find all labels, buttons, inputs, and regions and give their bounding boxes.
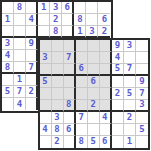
cell-b-r6c3[interactable]: 7 (76, 112, 88, 124)
cell-b-r1c8[interactable] (136, 52, 148, 64)
cell-b-r7c7[interactable] (124, 124, 136, 136)
cell-b-r6c2[interactable] (64, 112, 76, 124)
cell-b-r3c8[interactable]: 9 (136, 76, 148, 88)
given-digit: 1 (5, 15, 10, 24)
cell-b-r5c0[interactable] (40, 100, 52, 112)
cell-a-r1c8[interactable]: 6 (98, 14, 110, 26)
cell-b-r2c0[interactable] (40, 64, 52, 76)
cell-b-r0c1[interactable] (52, 40, 64, 52)
cell-a-r7c1[interactable]: 7 (14, 86, 26, 98)
given-digit: 9 (115, 41, 120, 50)
cell-b-r1c5[interactable] (100, 52, 112, 64)
given-digit: 3 (53, 3, 58, 12)
given-digit: 4 (17, 100, 22, 109)
cell-a-r1c5[interactable] (62, 14, 74, 26)
cell-b-r3c0[interactable]: 5 (40, 76, 52, 88)
cell-b-r0c6[interactable]: 9 (112, 40, 124, 52)
given-digit: 7 (17, 87, 22, 96)
cell-a-r1c0[interactable]: 1 (2, 14, 14, 26)
cell-a-r7c2[interactable]: 2 (26, 86, 38, 98)
cell-a-r6c1[interactable]: 1 (14, 74, 26, 86)
given-digit: 2 (54, 137, 59, 146)
given-digit: 6 (91, 77, 96, 86)
cell-a-r1c4[interactable]: 2 (50, 14, 62, 26)
cell-a-r2c3[interactable] (38, 26, 50, 38)
given-digit: 8 (17, 3, 22, 12)
cell-b-r1c4[interactable] (88, 52, 100, 64)
given-digit: 1 (17, 75, 22, 84)
cell-a-r0c6[interactable] (74, 2, 86, 14)
given-digit: 3 (5, 39, 10, 48)
cell-a-r4c2[interactable] (26, 50, 38, 62)
cell-b-r8c5[interactable]: 6 (100, 136, 112, 148)
cell-b-r4c3[interactable] (76, 88, 88, 100)
cell-b-r7c8[interactable]: 5 (136, 124, 148, 136)
cell-b-r7c2[interactable]: 6 (64, 124, 76, 136)
given-digit: 1 (127, 137, 132, 146)
cell-b-r1c0[interactable]: 3 (40, 52, 52, 64)
cell-a-r1c3[interactable] (38, 14, 50, 26)
cell-a-r2c7[interactable]: 3 (86, 26, 98, 38)
given-digit: 2 (91, 100, 96, 109)
cell-b-r2c2[interactable] (64, 64, 76, 76)
cell-b-r3c3[interactable] (76, 76, 88, 88)
cell-b-r4c7[interactable]: 5 (124, 88, 136, 100)
cell-a-r8c0[interactable] (2, 98, 14, 110)
given-digit: 5 (42, 77, 47, 86)
given-digit: 5 (115, 64, 120, 73)
cell-a-r0c5[interactable]: 6 (62, 2, 74, 14)
cell-a-r3c1[interactable] (14, 38, 26, 50)
cell-b-r6c4[interactable] (88, 112, 100, 124)
cell-b-r6c8[interactable] (136, 112, 148, 124)
given-digit: 3 (139, 100, 144, 109)
given-digit: 7 (78, 113, 83, 122)
cell-b-r4c8[interactable]: 7 (136, 88, 148, 100)
cell-a-r3c0[interactable]: 3 (2, 38, 14, 50)
given-digit: 6 (66, 125, 71, 134)
given-digit: 8 (53, 27, 58, 36)
cell-b-r5c7[interactable] (124, 100, 136, 112)
cell-b-r8c4[interactable]: 5 (88, 136, 100, 148)
cell-a-r0c1[interactable]: 8 (14, 2, 26, 14)
given-digit: 8 (78, 137, 83, 146)
given-digit: 5 (5, 87, 10, 96)
given-digit: 4 (5, 51, 10, 60)
cell-b-r0c5[interactable] (100, 40, 112, 52)
cell-b-r2c8[interactable] (136, 64, 148, 76)
cell-a-r3c2[interactable]: 9 (26, 38, 38, 50)
given-digit: 3 (89, 27, 94, 36)
cell-a-r1c7[interactable] (86, 14, 98, 26)
cell-b-r5c5[interactable] (100, 100, 112, 112)
given-digit: 3 (54, 113, 59, 122)
given-digit: 6 (102, 15, 107, 24)
cell-b-r8c6[interactable] (112, 136, 124, 148)
cell-b-r2c3[interactable]: 6 (76, 64, 88, 76)
puzzle-board: 813614286813239437876156572482 933746575… (0, 0, 150, 150)
cell-a-r2c8[interactable]: 2 (98, 26, 110, 38)
given-digit: 4 (28, 15, 33, 24)
given-digit: 7 (127, 64, 132, 73)
cell-b-r4c2[interactable] (64, 88, 76, 100)
cell-b-r5c1[interactable] (52, 100, 64, 112)
cell-b-r8c0[interactable] (40, 136, 52, 148)
cell-b-r2c1[interactable] (52, 64, 64, 76)
cell-a-r1c6[interactable]: 8 (74, 14, 86, 26)
cell-b-r4c5[interactable] (100, 88, 112, 100)
cell-b-r1c1[interactable] (52, 52, 64, 64)
cell-b-r5c8[interactable]: 3 (136, 100, 148, 112)
given-digit: 6 (65, 3, 70, 12)
cell-b-r7c5[interactable] (100, 124, 112, 136)
cell-a-r7c0[interactable]: 5 (2, 86, 14, 98)
given-digit: 1 (41, 3, 46, 12)
cell-b-r0c3[interactable] (76, 40, 88, 52)
cell-b-r5c2[interactable]: 8 (64, 100, 76, 112)
cell-b-r4c0[interactable] (40, 88, 52, 100)
cell-a-r2c5[interactable] (62, 26, 74, 38)
given-digit: 7 (28, 63, 33, 72)
cell-a-r5c0[interactable]: 8 (2, 62, 14, 74)
given-digit: 5 (127, 89, 132, 98)
cell-a-r4c1[interactable] (14, 50, 26, 62)
cell-b-r7c3[interactable] (76, 124, 88, 136)
given-digit: 8 (77, 15, 82, 24)
cell-b-r0c0[interactable] (40, 40, 52, 52)
cell-b-r6c5[interactable]: 4 (100, 112, 112, 124)
given-digit: 7 (139, 89, 144, 98)
given-digit: 6 (78, 64, 83, 73)
cell-a-r0c8[interactable] (98, 2, 110, 14)
cell-a-r2c2[interactable] (26, 26, 38, 38)
cell-b-r3c7[interactable] (124, 76, 136, 88)
cell-b-r0c4[interactable] (88, 40, 100, 52)
cell-b-r6c7[interactable]: 2 (124, 112, 136, 124)
sudoku-grid-b: 933746575692578233742486528561 (38, 38, 151, 151)
cell-b-r8c8[interactable] (136, 136, 148, 148)
given-digit: 5 (91, 137, 96, 146)
given-digit: 3 (42, 53, 47, 62)
given-digit: 9 (139, 77, 144, 86)
cell-b-r5c4[interactable]: 2 (88, 100, 100, 112)
given-digit: 2 (53, 15, 58, 24)
cell-b-r0c2[interactable] (64, 40, 76, 52)
cell-b-r2c5[interactable] (100, 64, 112, 76)
given-digit: 5 (139, 125, 144, 134)
cell-b-r2c6[interactable]: 5 (112, 64, 124, 76)
cell-b-r5c6[interactable] (112, 100, 124, 112)
cell-b-r7c1[interactable]: 8 (52, 124, 64, 136)
cell-a-r6c2[interactable] (26, 74, 38, 86)
cell-a-r4c0[interactable]: 4 (2, 50, 14, 62)
cell-b-r6c6[interactable] (112, 112, 124, 124)
given-digit: 8 (54, 125, 59, 134)
cell-b-r8c2[interactable] (64, 136, 76, 148)
cell-b-r3c1[interactable] (52, 76, 64, 88)
cell-b-r2c4[interactable] (88, 64, 100, 76)
cell-a-r8c1[interactable]: 4 (14, 98, 26, 110)
given-digit: 1 (77, 27, 82, 36)
cell-b-r4c4[interactable] (88, 88, 100, 100)
given-digit: 8 (66, 100, 71, 109)
cell-a-r1c2[interactable]: 4 (26, 14, 38, 26)
cell-b-r8c7[interactable]: 1 (124, 136, 136, 148)
cell-a-r5c1[interactable] (14, 62, 26, 74)
cell-a-r0c4[interactable]: 3 (50, 2, 62, 14)
cell-b-r3c6[interactable] (112, 76, 124, 88)
cell-a-r8c2[interactable] (26, 98, 38, 110)
cell-a-r0c2[interactable] (26, 2, 38, 14)
cell-b-r4c6[interactable]: 2 (112, 88, 124, 100)
cell-b-r7c6[interactable] (112, 124, 124, 136)
cell-b-r7c4[interactable] (88, 124, 100, 136)
cell-b-r5c3[interactable] (76, 100, 88, 112)
cell-b-r8c3[interactable]: 8 (76, 136, 88, 148)
cell-b-r2c7[interactable]: 7 (124, 64, 136, 76)
cell-b-r0c7[interactable]: 3 (124, 40, 136, 52)
given-digit: 2 (127, 113, 132, 122)
cell-b-r1c2[interactable]: 7 (64, 52, 76, 64)
given-digit: 2 (115, 89, 120, 98)
cell-a-r2c6[interactable]: 1 (74, 26, 86, 38)
cell-a-r5c2[interactable]: 7 (26, 62, 38, 74)
given-digit: 4 (42, 125, 47, 134)
given-digit: 2 (102, 27, 107, 36)
given-digit: 4 (115, 53, 120, 62)
given-digit: 2 (28, 87, 33, 96)
cell-b-r6c0[interactable] (40, 112, 52, 124)
cell-b-r1c3[interactable] (76, 52, 88, 64)
cell-a-r1c1[interactable] (14, 14, 26, 26)
cell-b-r1c6[interactable]: 4 (112, 52, 124, 64)
given-digit: 6 (102, 137, 107, 146)
cell-a-r2c0[interactable] (2, 26, 14, 38)
cell-a-r0c0[interactable] (2, 2, 14, 14)
cell-b-r4c1[interactable] (52, 88, 64, 100)
given-digit: 3 (127, 41, 132, 50)
given-digit: 8 (5, 63, 10, 72)
cell-a-r6c0[interactable] (2, 74, 14, 86)
cell-a-r2c1[interactable] (14, 26, 26, 38)
cell-a-r2c4[interactable]: 8 (50, 26, 62, 38)
cell-b-r3c5[interactable] (100, 76, 112, 88)
cell-b-r1c7[interactable] (124, 52, 136, 64)
given-digit: 7 (66, 53, 71, 62)
given-digit: 9 (28, 39, 33, 48)
cell-b-r8c1[interactable]: 2 (52, 136, 64, 148)
cell-b-r3c2[interactable] (64, 76, 76, 88)
cell-a-r0c3[interactable]: 1 (38, 2, 50, 14)
cell-b-r0c8[interactable] (136, 40, 148, 52)
cell-b-r6c1[interactable]: 3 (52, 112, 64, 124)
given-digit: 4 (102, 113, 107, 122)
cell-a-r0c7[interactable] (86, 2, 98, 14)
cell-b-r3c4[interactable]: 6 (88, 76, 100, 88)
cell-b-r7c0[interactable]: 4 (40, 124, 52, 136)
